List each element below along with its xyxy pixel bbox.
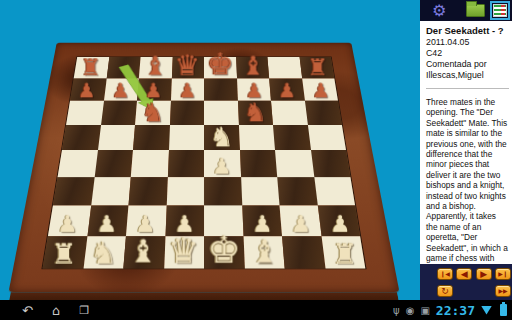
square-c3[interactable] <box>128 177 167 206</box>
usb-icon[interactable]: ψ <box>393 305 400 316</box>
square-d1[interactable]: ♛ <box>164 236 204 269</box>
piece-black-king-e8[interactable]: ♚ <box>207 49 234 79</box>
app-screen: ♜♝♛♚♝♜♟♟♟♟♟♟♟♞♞♞♟♟♟♟♟♟♟♟♜♞♝♛♚♝♜ ⚙ Der Se… <box>0 0 512 320</box>
square-a1[interactable]: ♜ <box>43 236 87 269</box>
android-system-bar: ↶ ⌂ ❐ ψ ◉ ▣ 22:37 <box>0 300 512 320</box>
piece-black-queen-d8[interactable]: ♛ <box>175 51 200 79</box>
square-h7[interactable]: ♟ <box>302 78 338 101</box>
piece-white-knight-e5[interactable]: ♞ <box>210 123 234 150</box>
piece-white-pawn-g2[interactable]: ♟ <box>291 213 312 236</box>
square-b2[interactable]: ♟ <box>87 205 128 235</box>
square-b8[interactable] <box>106 57 140 78</box>
piece-black-knight-c6[interactable]: ♞ <box>141 99 164 125</box>
square-g1[interactable] <box>282 236 325 269</box>
square-d3[interactable] <box>166 177 204 206</box>
square-c1[interactable]: ♝ <box>123 236 165 269</box>
last-move-button[interactable]: ▶❙ <box>495 268 511 280</box>
game-eco-code: C42 <box>426 48 509 59</box>
square-e8[interactable]: ♚ <box>204 57 237 78</box>
square-c2[interactable]: ♟ <box>126 205 166 235</box>
square-d6[interactable] <box>170 101 204 125</box>
game-info-panel[interactable]: Der Seekadett - ? 2011.04.05 C42 Comenta… <box>420 21 512 264</box>
piece-white-pawn-e4[interactable]: ♟ <box>213 155 232 177</box>
game-title: Der Seekadett - ? <box>426 25 509 37</box>
square-a2[interactable]: ♟ <box>48 205 91 235</box>
square-h2[interactable]: ♟ <box>317 205 360 235</box>
previous-move-button[interactable]: ◀ <box>456 268 472 280</box>
square-c5[interactable] <box>133 125 170 150</box>
square-f6[interactable]: ♞ <box>237 101 272 125</box>
piece-white-pawn-b2[interactable]: ♟ <box>96 213 117 236</box>
square-h6[interactable] <box>304 101 341 125</box>
square-f3[interactable] <box>241 177 280 206</box>
battery-icon <box>500 304 507 316</box>
piece-black-pawn-h7[interactable]: ♟ <box>312 81 330 101</box>
home-icon[interactable]: ⌂ <box>52 303 60 318</box>
square-a8[interactable]: ♜ <box>74 57 109 78</box>
square-f2[interactable]: ♟ <box>242 205 282 235</box>
square-a4[interactable] <box>58 150 98 177</box>
square-a3[interactable] <box>53 177 94 206</box>
square-g8[interactable] <box>267 57 301 78</box>
autoplay-button[interactable]: ▶▶ <box>495 285 511 297</box>
commentary-text: Three mates in the opening. The "Der See… <box>426 97 509 264</box>
chess-board-grid[interactable]: ♜♝♛♚♝♜♟♟♟♟♟♟♟♞♞♞♟♟♟♟♟♟♟♟♜♞♝♛♚♝♜ <box>43 57 366 268</box>
piece-black-pawn-a7[interactable]: ♟ <box>78 81 96 101</box>
square-d8[interactable]: ♛ <box>171 57 204 78</box>
square-f8[interactable]: ♝ <box>236 57 269 78</box>
piece-black-bishop-c8[interactable]: ♝ <box>144 53 167 79</box>
divider <box>426 88 509 89</box>
move-navigation-panel: ❙◀ ◀ ▶ ▶❙ ↻ ▶▶ <box>420 264 512 300</box>
square-e5[interactable]: ♞ <box>204 125 240 150</box>
piece-black-rook-h8[interactable]: ♜ <box>307 56 328 79</box>
square-g6[interactable] <box>271 101 307 125</box>
piece-black-pawn-d7[interactable]: ♟ <box>178 81 196 101</box>
square-h4[interactable] <box>311 150 351 177</box>
piece-white-rook-h1[interactable]: ♜ <box>332 240 357 268</box>
square-g4[interactable] <box>275 150 314 177</box>
piece-black-pawn-g7[interactable]: ♟ <box>279 81 297 101</box>
first-move-button[interactable]: ❙◀ <box>437 268 453 280</box>
back-icon[interactable]: ↶ <box>22 303 33 318</box>
wood-frame: ♜♝♛♚♝♜♟♟♟♟♟♟♟♞♞♞♟♟♟♟♟♟♟♟♜♞♝♛♚♝♜ <box>8 43 399 292</box>
square-c6[interactable]: ♞ <box>135 101 170 125</box>
square-a6[interactable] <box>66 101 103 125</box>
wifi-icon <box>481 306 492 315</box>
square-e7[interactable] <box>204 78 237 101</box>
square-b3[interactable] <box>91 177 131 206</box>
piece-white-bishop-f1[interactable]: ♝ <box>250 237 278 269</box>
flip-board-button[interactable]: ↻ <box>437 285 453 297</box>
square-g7[interactable]: ♟ <box>269 78 304 101</box>
piece-black-pawn-b7[interactable]: ♟ <box>112 81 130 101</box>
piece-white-bishop-c1[interactable]: ♝ <box>130 237 158 269</box>
square-b4[interactable] <box>94 150 133 177</box>
next-move-button[interactable]: ▶ <box>476 268 492 280</box>
square-a7[interactable]: ♟ <box>70 78 106 101</box>
commentary-before-moves: Three mates in the opening. The "Der See… <box>426 97 508 264</box>
board-area: ♜♝♛♚♝♜♟♟♟♟♟♟♟♞♞♞♟♟♟♟♟♟♟♟♜♞♝♛♚♝♜ <box>0 0 420 300</box>
square-f5[interactable] <box>238 125 275 150</box>
square-e1[interactable]: ♚ <box>204 236 244 269</box>
recents-icon[interactable]: ❐ <box>79 304 89 317</box>
piece-black-bishop-f8[interactable]: ♝ <box>241 53 264 79</box>
piece-white-rook-a1[interactable]: ♜ <box>51 240 76 268</box>
square-h8[interactable]: ♜ <box>299 57 334 78</box>
square-g3[interactable] <box>277 177 317 206</box>
square-g2[interactable]: ♟ <box>280 205 321 235</box>
piece-white-pawn-a2[interactable]: ♟ <box>58 213 79 236</box>
piece-white-pawn-h2[interactable]: ♟ <box>330 213 351 236</box>
square-h1[interactable]: ♜ <box>321 236 365 269</box>
open-file-icon[interactable] <box>466 4 485 17</box>
commented-by-label: Comentada por <box>426 59 509 70</box>
screenshot-icon[interactable]: ▣ <box>420 305 429 316</box>
square-d7[interactable]: ♟ <box>171 78 204 101</box>
game-list-icon-selected[interactable] <box>490 1 510 20</box>
square-e4[interactable]: ♟ <box>204 150 241 177</box>
square-g5[interactable] <box>273 125 311 150</box>
square-b6[interactable] <box>101 101 137 125</box>
game-date: 2011.04.05 <box>426 37 509 48</box>
square-f1[interactable]: ♝ <box>243 236 285 269</box>
square-d5[interactable] <box>169 125 205 150</box>
square-e3[interactable] <box>204 177 242 206</box>
square-h3[interactable] <box>314 177 355 206</box>
square-f4[interactable] <box>240 150 278 177</box>
square-b7[interactable]: ♟ <box>104 78 139 101</box>
square-h5[interactable] <box>307 125 346 150</box>
piece-black-rook-a8[interactable]: ♜ <box>80 56 101 79</box>
clock: 22:37 <box>436 303 475 318</box>
square-b1[interactable]: ♞ <box>83 236 126 269</box>
square-d4[interactable] <box>167 150 204 177</box>
settings-icon[interactable]: ⚙ <box>432 3 446 19</box>
square-a5[interactable] <box>62 125 101 150</box>
square-c8[interactable]: ♝ <box>139 57 172 78</box>
piece-white-king-e1[interactable]: ♚ <box>207 231 240 268</box>
game-list-icon <box>493 4 507 17</box>
chess-board-3d: ♜♝♛♚♝♜♟♟♟♟♟♟♟♞♞♞♟♟♟♟♟♟♟♟♜♞♝♛♚♝♜ <box>8 43 399 292</box>
commentator-name: Illescas,Miguel <box>426 70 509 81</box>
piece-black-knight-f6[interactable]: ♞ <box>244 99 267 125</box>
piece-white-queen-d1[interactable]: ♛ <box>168 233 199 268</box>
square-b5[interactable] <box>98 125 136 150</box>
top-toolbar: ⚙ <box>420 0 512 21</box>
piece-white-knight-b1[interactable]: ♞ <box>90 238 117 269</box>
square-c4[interactable] <box>131 150 169 177</box>
adb-icon[interactable]: ◉ <box>406 305 415 316</box>
